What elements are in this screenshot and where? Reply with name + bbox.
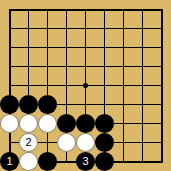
intersection-E9[interactable]: [76, 0, 95, 19]
stone-black-D3[interactable]: [57, 114, 76, 133]
intersection-B2[interactable]: 2: [19, 133, 38, 152]
intersection-C4[interactable]: [38, 95, 57, 114]
stone-black-F1[interactable]: [95, 152, 114, 171]
intersection-B8[interactable]: [19, 19, 38, 38]
intersection-A5[interactable]: [0, 76, 19, 95]
intersection-H7[interactable]: [133, 38, 152, 57]
intersection-F2[interactable]: [95, 133, 114, 152]
stone-black-C4[interactable]: [38, 95, 57, 114]
intersection-C6[interactable]: [38, 57, 57, 76]
intersection-B3[interactable]: [19, 114, 38, 133]
intersection-J1[interactable]: [152, 152, 171, 171]
intersection-B9[interactable]: [19, 0, 38, 19]
stone-black-F3[interactable]: [95, 114, 114, 133]
intersection-D5[interactable]: [57, 76, 76, 95]
intersection-J3[interactable]: [152, 114, 171, 133]
intersection-F4[interactable]: [95, 95, 114, 114]
intersection-G5[interactable]: [114, 76, 133, 95]
intersection-J6[interactable]: [152, 57, 171, 76]
intersection-J9[interactable]: [152, 0, 171, 19]
intersection-C5[interactable]: [38, 76, 57, 95]
intersection-H4[interactable]: [133, 95, 152, 114]
move-number-label: 2: [25, 137, 31, 148]
intersection-D2[interactable]: [57, 133, 76, 152]
stone-black-A1[interactable]: 1: [0, 152, 19, 171]
stone-white-E2[interactable]: [76, 133, 95, 152]
intersection-D4[interactable]: [57, 95, 76, 114]
stone-white-B2[interactable]: 2: [19, 133, 38, 152]
intersection-G1[interactable]: [114, 152, 133, 171]
intersection-A8[interactable]: [0, 19, 19, 38]
intersection-F8[interactable]: [95, 19, 114, 38]
stone-black-E3[interactable]: [76, 114, 95, 133]
intersection-A1[interactable]: 1: [0, 152, 19, 171]
intersection-D7[interactable]: [57, 38, 76, 57]
intersection-B6[interactable]: [19, 57, 38, 76]
stone-white-B3[interactable]: [19, 114, 38, 133]
intersection-F9[interactable]: [95, 0, 114, 19]
intersection-A6[interactable]: [0, 57, 19, 76]
intersection-F5[interactable]: [95, 76, 114, 95]
stone-white-C3[interactable]: [38, 114, 57, 133]
stone-white-D2[interactable]: [57, 133, 76, 152]
intersection-H3[interactable]: [133, 114, 152, 133]
intersection-B5[interactable]: [19, 76, 38, 95]
intersection-A4[interactable]: [0, 95, 19, 114]
stone-grid: 213: [0, 0, 171, 171]
intersection-A3[interactable]: [0, 114, 19, 133]
intersection-H9[interactable]: [133, 0, 152, 19]
intersection-H5[interactable]: [133, 76, 152, 95]
intersection-D8[interactable]: [57, 19, 76, 38]
intersection-H8[interactable]: [133, 19, 152, 38]
move-number-label: 3: [82, 156, 88, 167]
intersection-C7[interactable]: [38, 38, 57, 57]
intersection-E5[interactable]: [76, 76, 95, 95]
intersection-F1[interactable]: [95, 152, 114, 171]
intersection-G3[interactable]: [114, 114, 133, 133]
intersection-D1[interactable]: [57, 152, 76, 171]
intersection-E1[interactable]: 3: [76, 152, 95, 171]
intersection-D9[interactable]: [57, 0, 76, 19]
intersection-A9[interactable]: [0, 0, 19, 19]
intersection-J7[interactable]: [152, 38, 171, 57]
stone-black-F2[interactable]: [95, 133, 114, 152]
intersection-E6[interactable]: [76, 57, 95, 76]
intersection-A7[interactable]: [0, 38, 19, 57]
intersection-D3[interactable]: [57, 114, 76, 133]
intersection-G6[interactable]: [114, 57, 133, 76]
intersection-E3[interactable]: [76, 114, 95, 133]
intersection-J8[interactable]: [152, 19, 171, 38]
intersection-F7[interactable]: [95, 38, 114, 57]
intersection-G2[interactable]: [114, 133, 133, 152]
intersection-A2[interactable]: [0, 133, 19, 152]
go-board: 213: [0, 0, 171, 171]
intersection-B1[interactable]: [19, 152, 38, 171]
intersection-G8[interactable]: [114, 19, 133, 38]
intersection-G4[interactable]: [114, 95, 133, 114]
intersection-G7[interactable]: [114, 38, 133, 57]
stone-black-C1[interactable]: [38, 152, 57, 171]
intersection-H2[interactable]: [133, 133, 152, 152]
intersection-C9[interactable]: [38, 0, 57, 19]
intersection-H6[interactable]: [133, 57, 152, 76]
intersection-J4[interactable]: [152, 95, 171, 114]
intersection-E4[interactable]: [76, 95, 95, 114]
intersection-J2[interactable]: [152, 133, 171, 152]
intersection-H1[interactable]: [133, 152, 152, 171]
intersection-E8[interactable]: [76, 19, 95, 38]
intersection-C3[interactable]: [38, 114, 57, 133]
intersection-E7[interactable]: [76, 38, 95, 57]
stone-black-A4[interactable]: [0, 95, 19, 114]
intersection-E2[interactable]: [76, 133, 95, 152]
stone-white-B1[interactable]: [19, 152, 38, 171]
intersection-J5[interactable]: [152, 76, 171, 95]
move-number-label: 1: [6, 156, 12, 167]
intersection-F6[interactable]: [95, 57, 114, 76]
intersection-G9[interactable]: [114, 0, 133, 19]
intersection-B4[interactable]: [19, 95, 38, 114]
intersection-F3[interactable]: [95, 114, 114, 133]
intersection-D6[interactable]: [57, 57, 76, 76]
stone-black-E1[interactable]: 3: [76, 152, 95, 171]
intersection-B7[interactable]: [19, 38, 38, 57]
stone-black-B4[interactable]: [19, 95, 38, 114]
intersection-C2[interactable]: [38, 133, 57, 152]
stone-white-A3[interactable]: [0, 114, 19, 133]
intersection-C1[interactable]: [38, 152, 57, 171]
intersection-C8[interactable]: [38, 19, 57, 38]
